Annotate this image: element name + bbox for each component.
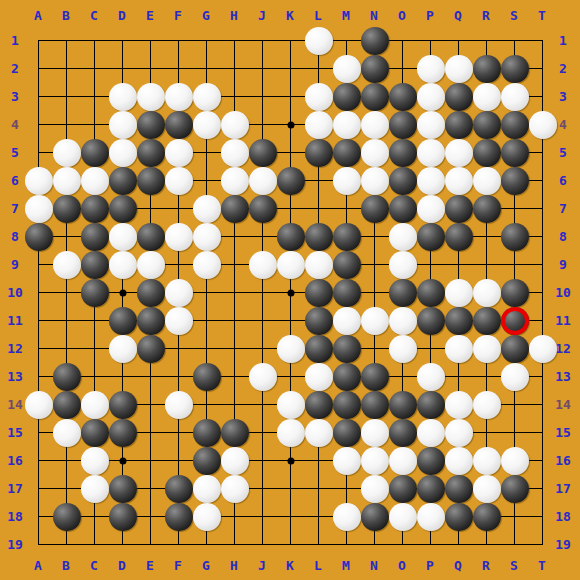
black-stone-D7 xyxy=(109,195,137,223)
white-stone-R12 xyxy=(473,335,501,363)
go-board-screen: AABBCCDDEEFFGGHHJJKKLLMMNNOOPPQQRRSSTT11… xyxy=(0,0,580,580)
black-stone-S2 xyxy=(501,55,529,83)
black-stone-B13 xyxy=(53,363,81,391)
white-stone-G9 xyxy=(193,251,221,279)
white-stone-L1 xyxy=(305,27,333,55)
white-stone-C16 xyxy=(81,447,109,475)
white-stone-Q16 xyxy=(445,447,473,475)
black-stone-Q4 xyxy=(445,111,473,139)
white-stone-J13 xyxy=(249,363,277,391)
white-stone-R17 xyxy=(473,475,501,503)
black-stone-P17 xyxy=(417,475,445,503)
white-stone-J9 xyxy=(249,251,277,279)
row-label-left-6: 6 xyxy=(11,174,19,187)
row-label-right-18: 18 xyxy=(555,510,571,523)
col-label-bottom-L: L xyxy=(314,559,322,572)
white-stone-G4 xyxy=(193,111,221,139)
col-label-bottom-A: A xyxy=(34,559,42,572)
white-stone-B9 xyxy=(53,251,81,279)
col-label-bottom-B: B xyxy=(62,559,70,572)
col-label-top-M: M xyxy=(342,9,350,22)
white-stone-Q2 xyxy=(445,55,473,83)
col-label-top-F: F xyxy=(174,9,182,22)
black-stone-S8 xyxy=(501,223,529,251)
star-point-K10 xyxy=(287,289,294,296)
white-stone-L9 xyxy=(305,251,333,279)
col-label-bottom-T: T xyxy=(538,559,546,572)
star-point-D16 xyxy=(119,457,126,464)
col-label-bottom-H: H xyxy=(230,559,238,572)
col-label-bottom-D: D xyxy=(118,559,126,572)
black-stone-E8 xyxy=(137,223,165,251)
col-label-bottom-F: F xyxy=(174,559,182,572)
black-stone-A8 xyxy=(25,223,53,251)
black-stone-F17 xyxy=(165,475,193,503)
white-stone-O8 xyxy=(389,223,417,251)
white-stone-Q15 xyxy=(445,419,473,447)
black-stone-N14 xyxy=(361,391,389,419)
white-stone-H16 xyxy=(221,447,249,475)
white-stone-O9 xyxy=(389,251,417,279)
black-stone-P11 xyxy=(417,307,445,335)
white-stone-J6 xyxy=(249,167,277,195)
white-stone-Q12 xyxy=(445,335,473,363)
row-label-right-8: 8 xyxy=(559,230,567,243)
black-stone-O10 xyxy=(389,279,417,307)
white-stone-F14 xyxy=(165,391,193,419)
row-label-right-11: 11 xyxy=(555,314,571,327)
white-stone-D4 xyxy=(109,111,137,139)
white-stone-B5 xyxy=(53,139,81,167)
col-label-bottom-C: C xyxy=(90,559,98,572)
black-stone-C7 xyxy=(81,195,109,223)
black-stone-D6 xyxy=(109,167,137,195)
white-stone-A6 xyxy=(25,167,53,195)
white-stone-G3 xyxy=(193,83,221,111)
black-stone-M10 xyxy=(333,279,361,307)
black-stone-D17 xyxy=(109,475,137,503)
black-stone-L8 xyxy=(305,223,333,251)
black-stone-C15 xyxy=(81,419,109,447)
white-stone-E3 xyxy=(137,83,165,111)
row-label-right-19: 19 xyxy=(555,538,571,551)
col-label-top-A: A xyxy=(34,9,42,22)
row-label-left-11: 11 xyxy=(7,314,23,327)
white-stone-D8 xyxy=(109,223,137,251)
white-stone-R3 xyxy=(473,83,501,111)
col-label-top-K: K xyxy=(286,9,294,22)
white-stone-P13 xyxy=(417,363,445,391)
white-stone-R16 xyxy=(473,447,501,475)
white-stone-F10 xyxy=(165,279,193,307)
col-label-top-H: H xyxy=(230,9,238,22)
black-stone-O15 xyxy=(389,419,417,447)
black-stone-M14 xyxy=(333,391,361,419)
black-stone-S6 xyxy=(501,167,529,195)
black-stone-D18 xyxy=(109,503,137,531)
black-stone-S12 xyxy=(501,335,529,363)
black-stone-L5 xyxy=(305,139,333,167)
row-label-right-2: 2 xyxy=(559,62,567,75)
black-stone-L10 xyxy=(305,279,333,307)
black-stone-R18 xyxy=(473,503,501,531)
black-stone-M15 xyxy=(333,419,361,447)
black-stone-P8 xyxy=(417,223,445,251)
col-label-top-L: L xyxy=(314,9,322,22)
black-stone-S11-last-move xyxy=(501,307,529,335)
black-stone-J5 xyxy=(249,139,277,167)
col-label-bottom-S: S xyxy=(510,559,518,572)
col-label-top-O: O xyxy=(398,9,406,22)
black-stone-P10 xyxy=(417,279,445,307)
row-label-left-14: 14 xyxy=(7,398,23,411)
white-stone-D12 xyxy=(109,335,137,363)
row-label-left-12: 12 xyxy=(7,342,23,355)
col-label-top-N: N xyxy=(370,9,378,22)
black-stone-Q8 xyxy=(445,223,473,251)
black-stone-H15 xyxy=(221,419,249,447)
black-stone-C9 xyxy=(81,251,109,279)
col-label-top-S: S xyxy=(510,9,518,22)
black-stone-C10 xyxy=(81,279,109,307)
white-stone-S13 xyxy=(501,363,529,391)
black-stone-E10 xyxy=(137,279,165,307)
row-label-left-15: 15 xyxy=(7,426,23,439)
black-stone-S5 xyxy=(501,139,529,167)
black-stone-N2 xyxy=(361,55,389,83)
row-label-left-7: 7 xyxy=(11,202,19,215)
black-stone-R4 xyxy=(473,111,501,139)
black-stone-M8 xyxy=(333,223,361,251)
white-stone-O12 xyxy=(389,335,417,363)
white-stone-Q5 xyxy=(445,139,473,167)
black-stone-P14 xyxy=(417,391,445,419)
col-label-top-R: R xyxy=(482,9,490,22)
row-label-right-3: 3 xyxy=(559,90,567,103)
white-stone-M11 xyxy=(333,307,361,335)
row-label-left-2: 2 xyxy=(11,62,19,75)
black-stone-F4 xyxy=(165,111,193,139)
white-stone-P5 xyxy=(417,139,445,167)
row-label-left-3: 3 xyxy=(11,90,19,103)
col-label-top-B: B xyxy=(62,9,70,22)
white-stone-L15 xyxy=(305,419,333,447)
star-point-K4 xyxy=(287,121,294,128)
white-stone-A7 xyxy=(25,195,53,223)
black-stone-O14 xyxy=(389,391,417,419)
black-stone-D11 xyxy=(109,307,137,335)
col-label-bottom-E: E xyxy=(146,559,154,572)
white-stone-G7 xyxy=(193,195,221,223)
row-label-left-18: 18 xyxy=(7,510,23,523)
white-stone-H17 xyxy=(221,475,249,503)
white-stone-L13 xyxy=(305,363,333,391)
col-label-bottom-N: N xyxy=(370,559,378,572)
white-stone-Q6 xyxy=(445,167,473,195)
col-label-bottom-Q: Q xyxy=(454,559,462,572)
black-stone-N1 xyxy=(361,27,389,55)
black-stone-B7 xyxy=(53,195,81,223)
row-label-left-4: 4 xyxy=(11,118,19,131)
black-stone-O3 xyxy=(389,83,417,111)
col-label-bottom-K: K xyxy=(286,559,294,572)
black-stone-Q3 xyxy=(445,83,473,111)
white-stone-G18 xyxy=(193,503,221,531)
col-label-bottom-P: P xyxy=(426,559,434,572)
white-stone-N11 xyxy=(361,307,389,335)
black-stone-C8 xyxy=(81,223,109,251)
col-label-bottom-G: G xyxy=(202,559,210,572)
black-stone-K8 xyxy=(277,223,305,251)
white-stone-M6 xyxy=(333,167,361,195)
white-stone-F8 xyxy=(165,223,193,251)
black-stone-P16 xyxy=(417,447,445,475)
col-label-top-G: G xyxy=(202,9,210,22)
white-stone-P4 xyxy=(417,111,445,139)
white-stone-R14 xyxy=(473,391,501,419)
row-label-right-16: 16 xyxy=(555,454,571,467)
white-stone-K12 xyxy=(277,335,305,363)
black-stone-N7 xyxy=(361,195,389,223)
white-stone-C17 xyxy=(81,475,109,503)
black-stone-S4 xyxy=(501,111,529,139)
black-stone-E5 xyxy=(137,139,165,167)
black-stone-R5 xyxy=(473,139,501,167)
row-label-left-1: 1 xyxy=(11,34,19,47)
black-stone-O7 xyxy=(389,195,417,223)
black-stone-Q17 xyxy=(445,475,473,503)
black-stone-B18 xyxy=(53,503,81,531)
white-stone-T12 xyxy=(529,335,557,363)
black-stone-E6 xyxy=(137,167,165,195)
black-stone-L14 xyxy=(305,391,333,419)
row-label-right-9: 9 xyxy=(559,258,567,271)
white-stone-O18 xyxy=(389,503,417,531)
black-stone-R2 xyxy=(473,55,501,83)
col-label-bottom-O: O xyxy=(398,559,406,572)
row-label-left-9: 9 xyxy=(11,258,19,271)
black-stone-E4 xyxy=(137,111,165,139)
black-stone-L12 xyxy=(305,335,333,363)
white-stone-P2 xyxy=(417,55,445,83)
row-label-right-4: 4 xyxy=(559,118,567,131)
black-stone-L11 xyxy=(305,307,333,335)
white-stone-M4 xyxy=(333,111,361,139)
white-stone-B15 xyxy=(53,419,81,447)
black-stone-M9 xyxy=(333,251,361,279)
black-stone-C5 xyxy=(81,139,109,167)
row-label-left-16: 16 xyxy=(7,454,23,467)
white-stone-K14 xyxy=(277,391,305,419)
white-stone-F11 xyxy=(165,307,193,335)
black-stone-H7 xyxy=(221,195,249,223)
white-stone-H5 xyxy=(221,139,249,167)
white-stone-D9 xyxy=(109,251,137,279)
row-label-right-6: 6 xyxy=(559,174,567,187)
white-stone-H6 xyxy=(221,167,249,195)
white-stone-N5 xyxy=(361,139,389,167)
white-stone-Q10 xyxy=(445,279,473,307)
white-stone-O16 xyxy=(389,447,417,475)
row-label-left-13: 13 xyxy=(7,370,23,383)
row-label-right-1: 1 xyxy=(559,34,567,47)
row-label-right-7: 7 xyxy=(559,202,567,215)
black-stone-B14 xyxy=(53,391,81,419)
white-stone-M16 xyxy=(333,447,361,475)
col-label-top-P: P xyxy=(426,9,434,22)
row-label-right-10: 10 xyxy=(555,286,571,299)
white-stone-C14 xyxy=(81,391,109,419)
white-stone-D3 xyxy=(109,83,137,111)
black-stone-Q7 xyxy=(445,195,473,223)
white-stone-T4 xyxy=(529,111,557,139)
col-label-top-E: E xyxy=(146,9,154,22)
white-stone-G8 xyxy=(193,223,221,251)
white-stone-D5 xyxy=(109,139,137,167)
black-stone-M12 xyxy=(333,335,361,363)
col-label-top-J: J xyxy=(258,9,266,22)
white-stone-N4 xyxy=(361,111,389,139)
row-label-right-15: 15 xyxy=(555,426,571,439)
white-stone-F5 xyxy=(165,139,193,167)
black-stone-S10 xyxy=(501,279,529,307)
white-stone-H4 xyxy=(221,111,249,139)
black-stone-K6 xyxy=(277,167,305,195)
white-stone-S3 xyxy=(501,83,529,111)
white-stone-R6 xyxy=(473,167,501,195)
white-stone-L3 xyxy=(305,83,333,111)
row-label-left-5: 5 xyxy=(11,146,19,159)
row-label-left-10: 10 xyxy=(7,286,23,299)
white-stone-A14 xyxy=(25,391,53,419)
white-stone-P15 xyxy=(417,419,445,447)
black-stone-M3 xyxy=(333,83,361,111)
star-point-D10 xyxy=(119,289,126,296)
black-stone-Q18 xyxy=(445,503,473,531)
white-stone-M18 xyxy=(333,503,361,531)
white-stone-N17 xyxy=(361,475,389,503)
black-stone-J7 xyxy=(249,195,277,223)
black-stone-M13 xyxy=(333,363,361,391)
col-label-top-T: T xyxy=(538,9,546,22)
black-stone-E12 xyxy=(137,335,165,363)
white-stone-O11 xyxy=(389,307,417,335)
white-stone-N16 xyxy=(361,447,389,475)
row-label-left-19: 19 xyxy=(7,538,23,551)
black-stone-M5 xyxy=(333,139,361,167)
col-label-top-C: C xyxy=(90,9,98,22)
black-stone-R11 xyxy=(473,307,501,335)
black-stone-N18 xyxy=(361,503,389,531)
star-point-K16 xyxy=(287,457,294,464)
white-stone-N15 xyxy=(361,419,389,447)
row-label-right-13: 13 xyxy=(555,370,571,383)
white-stone-F3 xyxy=(165,83,193,111)
white-stone-P3 xyxy=(417,83,445,111)
white-stone-K9 xyxy=(277,251,305,279)
row-label-right-14: 14 xyxy=(555,398,571,411)
row-label-left-8: 8 xyxy=(11,230,19,243)
white-stone-F6 xyxy=(165,167,193,195)
col-label-bottom-J: J xyxy=(258,559,266,572)
row-label-right-12: 12 xyxy=(555,342,571,355)
white-stone-E9 xyxy=(137,251,165,279)
white-stone-S16 xyxy=(501,447,529,475)
black-stone-G16 xyxy=(193,447,221,475)
black-stone-O4 xyxy=(389,111,417,139)
white-stone-G17 xyxy=(193,475,221,503)
black-stone-N13 xyxy=(361,363,389,391)
black-stone-F18 xyxy=(165,503,193,531)
white-stone-L4 xyxy=(305,111,333,139)
row-label-right-5: 5 xyxy=(559,146,567,159)
white-stone-B6 xyxy=(53,167,81,195)
col-label-top-D: D xyxy=(118,9,126,22)
black-stone-R7 xyxy=(473,195,501,223)
white-stone-P18 xyxy=(417,503,445,531)
black-stone-G15 xyxy=(193,419,221,447)
col-label-bottom-R: R xyxy=(482,559,490,572)
black-stone-D14 xyxy=(109,391,137,419)
black-stone-O6 xyxy=(389,167,417,195)
white-stone-Q14 xyxy=(445,391,473,419)
row-label-right-17: 17 xyxy=(555,482,571,495)
white-stone-K15 xyxy=(277,419,305,447)
white-stone-R10 xyxy=(473,279,501,307)
white-stone-N6 xyxy=(361,167,389,195)
black-stone-G13 xyxy=(193,363,221,391)
black-stone-S17 xyxy=(501,475,529,503)
row-label-left-17: 17 xyxy=(7,482,23,495)
black-stone-O17 xyxy=(389,475,417,503)
black-stone-D15 xyxy=(109,419,137,447)
white-stone-P7 xyxy=(417,195,445,223)
white-stone-C6 xyxy=(81,167,109,195)
black-stone-Q11 xyxy=(445,307,473,335)
col-label-top-Q: Q xyxy=(454,9,462,22)
white-stone-P6 xyxy=(417,167,445,195)
white-stone-M2 xyxy=(333,55,361,83)
col-label-bottom-M: M xyxy=(342,559,350,572)
black-stone-N3 xyxy=(361,83,389,111)
black-stone-E11 xyxy=(137,307,165,335)
black-stone-O5 xyxy=(389,139,417,167)
